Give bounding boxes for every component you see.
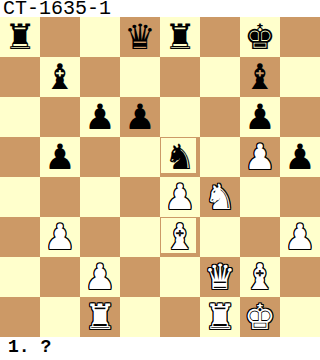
square-c6[interactable]: ♟ [80, 97, 120, 137]
move-prompt: 1. ? [8, 339, 51, 356]
piece-black-pawn-b5[interactable]: ♟ [40, 137, 80, 177]
square-b6[interactable] [40, 97, 80, 137]
square-g2[interactable]: ♝ [240, 257, 280, 297]
piece-black-rook-a8[interactable]: ♜ [0, 17, 40, 57]
square-h2[interactable] [280, 257, 320, 297]
square-b4[interactable] [40, 177, 80, 217]
square-h5[interactable]: ♟ [280, 137, 320, 177]
square-g4[interactable] [240, 177, 280, 217]
square-d1[interactable] [120, 297, 160, 337]
square-a7[interactable] [0, 57, 40, 97]
piece-black-pawn-c6[interactable]: ♟ [80, 97, 120, 137]
piece-black-queen-d8[interactable]: ♛ [120, 17, 160, 57]
square-a1[interactable] [0, 297, 40, 337]
square-e5[interactable]: ♞ [160, 137, 200, 177]
piece-black-pawn-h5[interactable]: ♟ [280, 137, 320, 177]
square-f4[interactable]: ♞ [200, 177, 240, 217]
piece-white-rook-f1[interactable]: ♜ [200, 297, 240, 337]
square-h4[interactable] [280, 177, 320, 217]
square-a6[interactable] [0, 97, 40, 137]
square-g7[interactable]: ♝ [240, 57, 280, 97]
square-c5[interactable] [80, 137, 120, 177]
square-f2[interactable]: ♛ [200, 257, 240, 297]
piece-black-king-g8[interactable]: ♚ [240, 17, 280, 57]
piece-white-pawn-h3[interactable]: ♟ [280, 217, 320, 257]
square-c8[interactable] [80, 17, 120, 57]
piece-black-bishop-b7[interactable]: ♝ [40, 57, 80, 97]
piece-black-rook-e8[interactable]: ♜ [160, 17, 200, 57]
square-e2[interactable] [160, 257, 200, 297]
square-d6[interactable]: ♟ [120, 97, 160, 137]
piece-white-pawn-b3[interactable]: ♟ [40, 217, 80, 257]
piece-white-pawn-e4[interactable]: ♟ [160, 177, 200, 217]
square-b1[interactable] [40, 297, 80, 337]
square-d8[interactable]: ♛ [120, 17, 160, 57]
piece-black-bishop-g7[interactable]: ♝ [240, 57, 280, 97]
square-d4[interactable] [120, 177, 160, 217]
square-f6[interactable] [200, 97, 240, 137]
square-b2[interactable] [40, 257, 80, 297]
square-a4[interactable] [0, 177, 40, 217]
square-f3[interactable] [200, 217, 240, 257]
square-g1[interactable]: ♚ [240, 297, 280, 337]
piece-white-bishop-g2[interactable]: ♝ [240, 257, 280, 297]
square-a3[interactable] [0, 217, 40, 257]
square-e8[interactable]: ♜ [160, 17, 200, 57]
square-a2[interactable] [0, 257, 40, 297]
square-f7[interactable] [200, 57, 240, 97]
square-h7[interactable] [280, 57, 320, 97]
square-a8[interactable]: ♜ [0, 17, 40, 57]
square-g6[interactable]: ♟ [240, 97, 280, 137]
piece-white-queen-f2[interactable]: ♛ [200, 257, 240, 297]
square-c3[interactable] [80, 217, 120, 257]
piece-white-rook-c1[interactable]: ♜ [80, 297, 120, 337]
square-d3[interactable] [120, 217, 160, 257]
square-f8[interactable] [200, 17, 240, 57]
piece-black-pawn-g6[interactable]: ♟ [240, 97, 280, 137]
square-h1[interactable] [280, 297, 320, 337]
square-f5[interactable] [200, 137, 240, 177]
square-b3[interactable]: ♟ [40, 217, 80, 257]
square-e1[interactable] [160, 297, 200, 337]
square-e4[interactable]: ♟ [160, 177, 200, 217]
square-h3[interactable]: ♟ [280, 217, 320, 257]
piece-white-king-g1[interactable]: ♚ [240, 297, 280, 337]
square-e7[interactable] [160, 57, 200, 97]
puzzle-page: CT-1635-1 ♜♛♜♚♝♝♟♟♟♟♞♟♟♟♞♟♝♟♟♛♝♜♜♚ 1. ? [0, 0, 320, 360]
square-b5[interactable]: ♟ [40, 137, 80, 177]
square-b8[interactable] [40, 17, 80, 57]
square-e3[interactable]: ♝ [160, 217, 200, 257]
piece-black-knight-e5[interactable]: ♞ [160, 137, 200, 177]
square-d5[interactable] [120, 137, 160, 177]
piece-white-pawn-c2[interactable]: ♟ [80, 257, 120, 297]
square-f1[interactable]: ♜ [200, 297, 240, 337]
square-d7[interactable] [120, 57, 160, 97]
chess-board: ♜♛♜♚♝♝♟♟♟♟♞♟♟♟♞♟♝♟♟♛♝♜♜♚ [0, 17, 320, 337]
piece-white-knight-f4[interactable]: ♞ [200, 177, 240, 217]
square-g5[interactable]: ♟ [240, 137, 280, 177]
square-c1[interactable]: ♜ [80, 297, 120, 337]
square-c2[interactable]: ♟ [80, 257, 120, 297]
piece-white-pawn-g5[interactable]: ♟ [240, 137, 280, 177]
square-c4[interactable] [80, 177, 120, 217]
square-g3[interactable] [240, 217, 280, 257]
square-g8[interactable]: ♚ [240, 17, 280, 57]
piece-black-pawn-d6[interactable]: ♟ [120, 97, 160, 137]
square-h8[interactable] [280, 17, 320, 57]
square-d2[interactable] [120, 257, 160, 297]
piece-white-bishop-e3[interactable]: ♝ [160, 217, 200, 257]
square-e6[interactable] [160, 97, 200, 137]
square-b7[interactable]: ♝ [40, 57, 80, 97]
square-h6[interactable] [280, 97, 320, 137]
square-c7[interactable] [80, 57, 120, 97]
puzzle-title: CT-1635-1 [3, 0, 111, 17]
square-a5[interactable] [0, 137, 40, 177]
